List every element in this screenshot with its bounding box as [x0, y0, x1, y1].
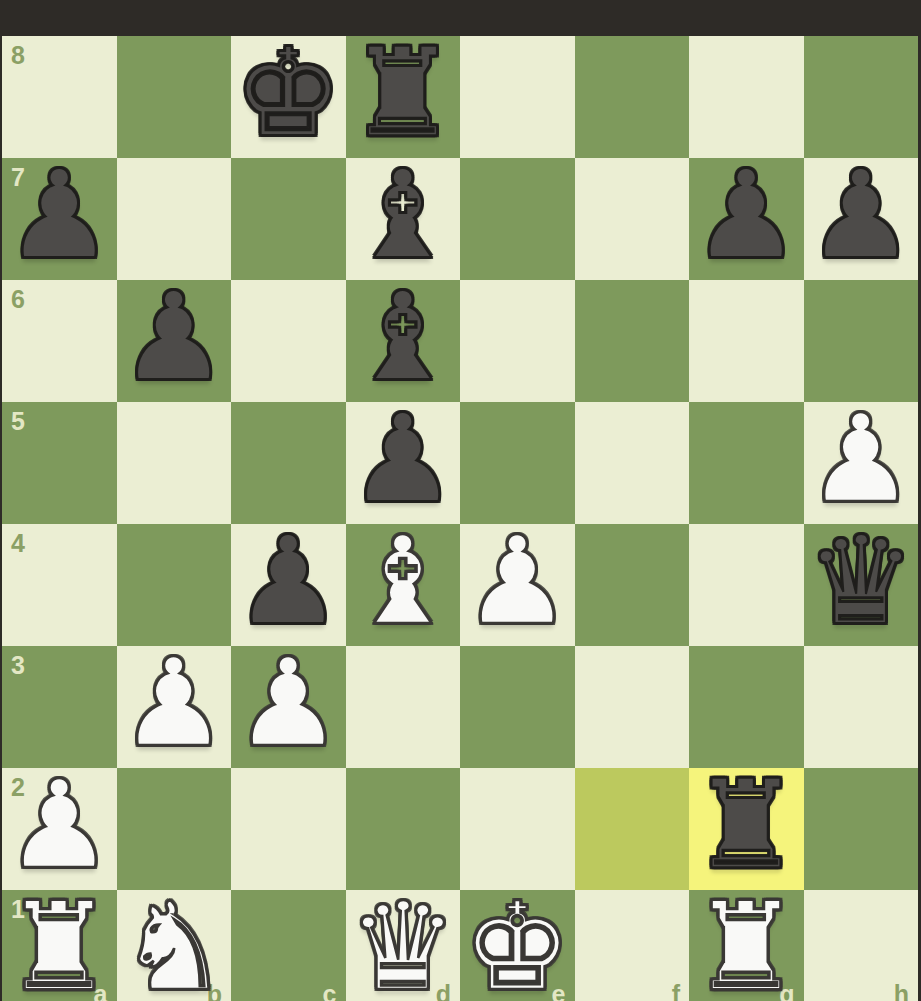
square-c4[interactable]: ♟ [231, 524, 346, 646]
square-a8[interactable]: 8 [2, 36, 117, 158]
square-d3[interactable] [346, 646, 461, 768]
square-h1[interactable]: h [804, 890, 919, 1001]
square-g8[interactable] [689, 36, 804, 158]
rank-label-6: 6 [11, 287, 25, 312]
square-e7[interactable] [460, 158, 575, 280]
piece-white-pawn[interactable]: ♟ [806, 398, 915, 520]
square-c3[interactable]: ♟ [231, 646, 346, 768]
square-f6[interactable] [575, 280, 690, 402]
square-f3[interactable] [575, 646, 690, 768]
piece-black-pawn[interactable]: ♟ [234, 520, 343, 642]
piece-white-king[interactable]: ♚ [463, 886, 572, 1001]
square-b8[interactable] [117, 36, 232, 158]
square-h7[interactable]: ♟ [804, 158, 919, 280]
chess-app-screen: 8♚♜7♟♝♟♟6♟♝5♟♟4♟♝♟♛3♟♟2♟♜1a♜b♞cd♛e♚fg♜h [0, 0, 921, 1001]
square-g7[interactable]: ♟ [689, 158, 804, 280]
square-c8[interactable]: ♚ [231, 36, 346, 158]
piece-white-rook[interactable]: ♜ [5, 886, 114, 1001]
piece-black-pawn[interactable]: ♟ [5, 154, 114, 276]
piece-white-pawn[interactable]: ♟ [463, 520, 572, 642]
square-b1[interactable]: b♞ [117, 890, 232, 1001]
square-h5[interactable]: ♟ [804, 402, 919, 524]
piece-black-king[interactable]: ♚ [234, 32, 343, 154]
square-a2[interactable]: 2♟ [2, 768, 117, 890]
square-f8[interactable] [575, 36, 690, 158]
square-g5[interactable] [689, 402, 804, 524]
square-c7[interactable] [231, 158, 346, 280]
piece-black-rook[interactable]: ♜ [692, 764, 801, 886]
square-f1[interactable]: f [575, 890, 690, 1001]
square-g3[interactable] [689, 646, 804, 768]
rank-label-3: 3 [11, 653, 25, 678]
square-b3[interactable]: ♟ [117, 646, 232, 768]
piece-white-bishop[interactable]: ♝ [348, 520, 457, 642]
square-f5[interactable] [575, 402, 690, 524]
square-c5[interactable] [231, 402, 346, 524]
square-h4[interactable]: ♛ [804, 524, 919, 646]
square-a4[interactable]: 4 [2, 524, 117, 646]
square-a5[interactable]: 5 [2, 402, 117, 524]
square-g4[interactable] [689, 524, 804, 646]
square-g2[interactable]: ♜ [689, 768, 804, 890]
piece-white-knight[interactable]: ♞ [119, 886, 228, 1001]
square-f4[interactable] [575, 524, 690, 646]
rank-label-4: 4 [11, 531, 25, 556]
square-f7[interactable] [575, 158, 690, 280]
square-a7[interactable]: 7♟ [2, 158, 117, 280]
square-h2[interactable] [804, 768, 919, 890]
square-c2[interactable] [231, 768, 346, 890]
piece-white-pawn[interactable]: ♟ [119, 642, 228, 764]
piece-white-pawn[interactable]: ♟ [234, 642, 343, 764]
square-h8[interactable] [804, 36, 919, 158]
square-c6[interactable] [231, 280, 346, 402]
square-h3[interactable] [804, 646, 919, 768]
piece-black-bishop[interactable]: ♝ [348, 276, 457, 398]
square-a6[interactable]: 6 [2, 280, 117, 402]
square-g1[interactable]: g♜ [689, 890, 804, 1001]
square-g6[interactable] [689, 280, 804, 402]
piece-white-queen[interactable]: ♛ [348, 886, 457, 1001]
square-d2[interactable] [346, 768, 461, 890]
chess-board[interactable]: 8♚♜7♟♝♟♟6♟♝5♟♟4♟♝♟♛3♟♟2♟♜1a♜b♞cd♛e♚fg♜h [2, 36, 918, 958]
piece-black-queen[interactable]: ♛ [806, 520, 915, 642]
piece-black-pawn[interactable]: ♟ [348, 398, 457, 520]
square-d4[interactable]: ♝ [346, 524, 461, 646]
piece-black-rook[interactable]: ♜ [348, 32, 457, 154]
square-d8[interactable]: ♜ [346, 36, 461, 158]
square-e3[interactable] [460, 646, 575, 768]
rank-label-5: 5 [11, 409, 25, 434]
square-h6[interactable] [804, 280, 919, 402]
square-d7[interactable]: ♝ [346, 158, 461, 280]
square-a1[interactable]: 1a♜ [2, 890, 117, 1001]
square-e2[interactable] [460, 768, 575, 890]
piece-black-pawn[interactable]: ♟ [119, 276, 228, 398]
piece-black-pawn[interactable]: ♟ [692, 154, 801, 276]
square-c1[interactable]: c [231, 890, 346, 1001]
file-label-c: c [323, 982, 337, 1001]
piece-black-pawn[interactable]: ♟ [806, 154, 915, 276]
square-a3[interactable]: 3 [2, 646, 117, 768]
square-b6[interactable]: ♟ [117, 280, 232, 402]
file-label-h: h [894, 982, 909, 1001]
rank-label-8: 8 [11, 43, 25, 68]
square-e8[interactable] [460, 36, 575, 158]
square-b2[interactable] [117, 768, 232, 890]
square-f2[interactable] [575, 768, 690, 890]
piece-white-pawn[interactable]: ♟ [5, 764, 114, 886]
square-b4[interactable] [117, 524, 232, 646]
square-e1[interactable]: e♚ [460, 890, 575, 1001]
square-b5[interactable] [117, 402, 232, 524]
piece-black-bishop[interactable]: ♝ [348, 154, 457, 276]
square-d1[interactable]: d♛ [346, 890, 461, 1001]
square-b7[interactable] [117, 158, 232, 280]
square-d6[interactable]: ♝ [346, 280, 461, 402]
square-e6[interactable] [460, 280, 575, 402]
file-label-f: f [672, 982, 680, 1001]
square-e5[interactable] [460, 402, 575, 524]
piece-white-rook[interactable]: ♜ [692, 886, 801, 1001]
square-d5[interactable]: ♟ [346, 402, 461, 524]
square-e4[interactable]: ♟ [460, 524, 575, 646]
